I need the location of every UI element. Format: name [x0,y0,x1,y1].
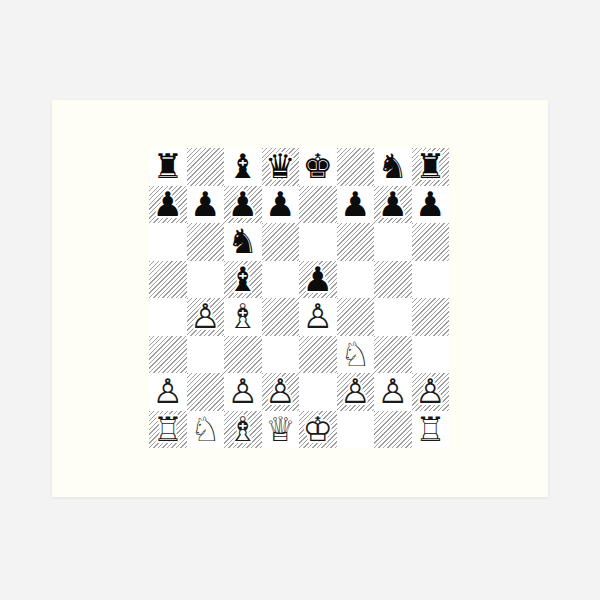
white-knight-f3: ♘ [337,336,375,374]
white-bishop-halo: ♝ [224,411,262,449]
white-knight-halo: ♞ [187,411,225,449]
black-pawn-halo: ♟ [337,186,375,224]
square-b1: ♞♘ [187,411,225,449]
square-a4 [149,298,187,336]
white-king-e1: ♔ [299,411,337,449]
square-d7: ♟♟ [262,186,300,224]
black-pawn-c7: ♟ [224,186,262,224]
black-knight-g8: ♞ [374,148,412,186]
square-e4: ♟♙ [299,298,337,336]
black-knight-halo: ♞ [224,223,262,261]
square-g7: ♟♟ [374,186,412,224]
square-c7: ♟♟ [224,186,262,224]
square-f1 [337,411,375,449]
black-rook-a8: ♜ [149,148,187,186]
square-e7 [299,186,337,224]
white-queen-d1: ♕ [262,411,300,449]
square-g4 [374,298,412,336]
square-h8: ♜♜ [412,148,450,186]
square-b8 [187,148,225,186]
square-f4 [337,298,375,336]
white-pawn-halo: ♟ [337,373,375,411]
white-pawn-halo: ♟ [299,298,337,336]
black-bishop-halo: ♝ [224,148,262,186]
square-b7: ♟♟ [187,186,225,224]
white-pawn-halo: ♟ [374,373,412,411]
square-g5 [374,261,412,299]
square-d3 [262,336,300,374]
white-king-halo: ♚ [299,411,337,449]
square-a5 [149,261,187,299]
black-bishop-c5: ♝ [224,261,262,299]
white-rook-halo: ♜ [412,411,450,449]
square-g6 [374,223,412,261]
black-bishop-c8: ♝ [224,148,262,186]
square-c8: ♝♝ [224,148,262,186]
square-c5: ♝♝ [224,261,262,299]
square-b2 [187,373,225,411]
square-b5 [187,261,225,299]
white-pawn-halo: ♟ [149,373,187,411]
square-a2: ♟♙ [149,373,187,411]
square-d5 [262,261,300,299]
black-pawn-b7: ♟ [187,186,225,224]
square-h3 [412,336,450,374]
white-queen-halo: ♛ [262,411,300,449]
black-pawn-halo: ♟ [374,186,412,224]
white-pawn-halo: ♟ [224,373,262,411]
black-pawn-g7: ♟ [374,186,412,224]
white-pawn-f2: ♙ [337,373,375,411]
square-a7: ♟♟ [149,186,187,224]
square-c3 [224,336,262,374]
white-bishop-c4: ♗ [224,298,262,336]
square-d4 [262,298,300,336]
square-d8: ♛♛ [262,148,300,186]
white-pawn-h2: ♙ [412,373,450,411]
white-rook-a1: ♖ [149,411,187,449]
black-queen-d8: ♛ [262,148,300,186]
black-pawn-halo: ♟ [412,186,450,224]
square-h5 [412,261,450,299]
chess-board: ♜♜♝♝♛♛♚♚♞♞♜♜♟♟♟♟♟♟♟♟♟♟♟♟♟♟♞♞♝♝♟♟♟♙♝♗♟♙♞♘… [149,148,449,448]
square-a6 [149,223,187,261]
black-king-e8: ♚ [299,148,337,186]
square-c4: ♝♗ [224,298,262,336]
square-f6 [337,223,375,261]
square-a8: ♜♜ [149,148,187,186]
square-e1: ♚♔ [299,411,337,449]
white-pawn-g2: ♙ [374,373,412,411]
black-rook-halo: ♜ [412,148,450,186]
square-e8: ♚♚ [299,148,337,186]
square-c1: ♝♗ [224,411,262,449]
black-pawn-halo: ♟ [149,186,187,224]
black-pawn-halo: ♟ [187,186,225,224]
square-f5 [337,261,375,299]
black-bishop-halo: ♝ [224,261,262,299]
black-knight-c6: ♞ [224,223,262,261]
square-b4: ♟♙ [187,298,225,336]
white-pawn-a2: ♙ [149,373,187,411]
square-f8 [337,148,375,186]
square-c6: ♞♞ [224,223,262,261]
white-knight-halo: ♞ [337,336,375,374]
square-b3 [187,336,225,374]
square-e6 [299,223,337,261]
square-h6 [412,223,450,261]
square-g1 [374,411,412,449]
white-pawn-halo: ♟ [262,373,300,411]
square-g2: ♟♙ [374,373,412,411]
square-h4 [412,298,450,336]
square-b6 [187,223,225,261]
black-pawn-halo: ♟ [262,186,300,224]
square-h2: ♟♙ [412,373,450,411]
art-print-card: ♜♜♝♝♛♛♚♚♞♞♜♜♟♟♟♟♟♟♟♟♟♟♟♟♟♟♞♞♝♝♟♟♟♙♝♗♟♙♞♘… [52,100,548,497]
white-pawn-halo: ♟ [412,373,450,411]
white-knight-b1: ♘ [187,411,225,449]
black-pawn-e5: ♟ [299,261,337,299]
black-pawn-halo: ♟ [299,261,337,299]
black-pawn-halo: ♟ [224,186,262,224]
square-e3 [299,336,337,374]
black-pawn-h7: ♟ [412,186,450,224]
white-pawn-d2: ♙ [262,373,300,411]
square-e5: ♟♟ [299,261,337,299]
square-e2 [299,373,337,411]
black-pawn-d7: ♟ [262,186,300,224]
black-knight-halo: ♞ [374,148,412,186]
white-pawn-e4: ♙ [299,298,337,336]
black-rook-h8: ♜ [412,148,450,186]
square-a1: ♜♖ [149,411,187,449]
white-pawn-b4: ♙ [187,298,225,336]
square-g8: ♞♞ [374,148,412,186]
white-bishop-halo: ♝ [224,298,262,336]
white-rook-h1: ♖ [412,411,450,449]
black-pawn-f7: ♟ [337,186,375,224]
white-pawn-c2: ♙ [224,373,262,411]
square-d1: ♛♕ [262,411,300,449]
square-h7: ♟♟ [412,186,450,224]
square-c2: ♟♙ [224,373,262,411]
black-king-halo: ♚ [299,148,337,186]
square-d2: ♟♙ [262,373,300,411]
square-g3 [374,336,412,374]
square-d6 [262,223,300,261]
black-queen-halo: ♛ [262,148,300,186]
square-a3 [149,336,187,374]
black-pawn-a7: ♟ [149,186,187,224]
square-h1: ♜♖ [412,411,450,449]
white-rook-halo: ♜ [149,411,187,449]
white-pawn-halo: ♟ [187,298,225,336]
square-f3: ♞♘ [337,336,375,374]
square-f2: ♟♙ [337,373,375,411]
black-rook-halo: ♜ [149,148,187,186]
square-f7: ♟♟ [337,186,375,224]
white-bishop-c1: ♗ [224,411,262,449]
